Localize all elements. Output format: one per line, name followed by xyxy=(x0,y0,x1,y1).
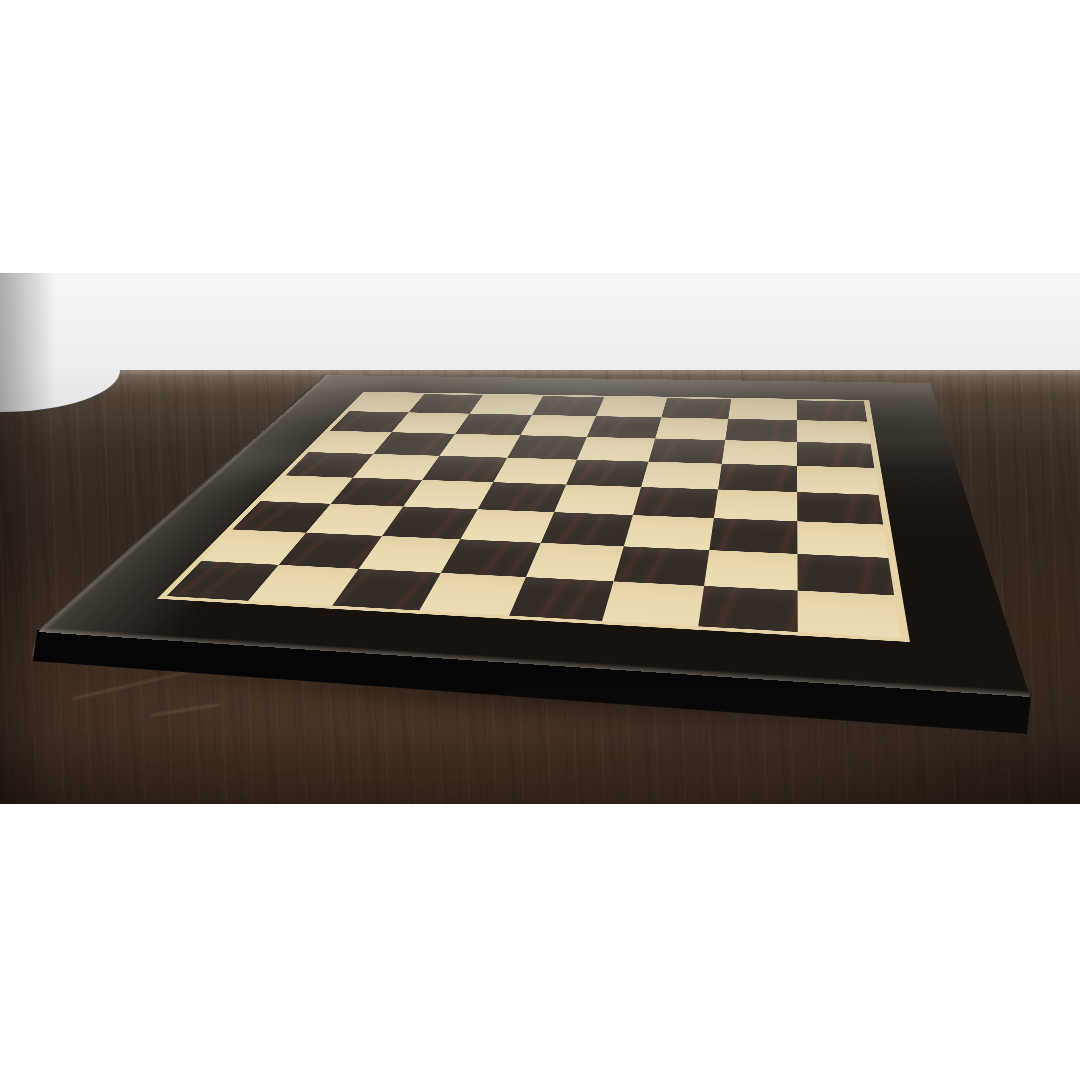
square-g6 xyxy=(722,440,797,466)
square-e4 xyxy=(554,485,641,516)
square-c8 xyxy=(470,395,543,415)
square-f5 xyxy=(641,462,722,490)
square-f6 xyxy=(648,439,725,464)
square-h6 xyxy=(797,442,874,468)
square-e6 xyxy=(577,437,655,462)
square-f3 xyxy=(624,515,714,550)
board-grid xyxy=(167,393,901,638)
square-d4 xyxy=(478,482,567,512)
square-g2 xyxy=(704,550,797,590)
square-f8 xyxy=(661,398,731,419)
square-f7 xyxy=(655,417,728,440)
square-e7 xyxy=(587,416,661,438)
square-f4 xyxy=(633,487,718,518)
square-f2 xyxy=(614,546,710,586)
square-g7 xyxy=(725,419,797,442)
page-background xyxy=(0,0,1080,1080)
square-h5 xyxy=(797,466,878,495)
square-h3 xyxy=(797,521,888,558)
square-g5 xyxy=(718,464,797,492)
square-e5 xyxy=(566,460,648,487)
square-h7 xyxy=(797,420,871,443)
square-e2 xyxy=(526,543,624,582)
square-d6 xyxy=(507,435,587,459)
square-h4 xyxy=(797,492,883,524)
square-d2 xyxy=(441,539,541,577)
square-d5 xyxy=(493,458,577,485)
square-c7 xyxy=(455,414,532,436)
square-e1 xyxy=(509,577,613,621)
square-d8 xyxy=(532,396,604,416)
square-g1 xyxy=(698,586,798,632)
square-d3 xyxy=(460,509,554,543)
square-g3 xyxy=(709,518,797,554)
square-h2 xyxy=(797,554,894,595)
square-f1 xyxy=(602,581,704,626)
square-h1 xyxy=(798,591,901,638)
square-d7 xyxy=(520,415,596,437)
square-e8 xyxy=(596,397,667,417)
square-h8 xyxy=(797,400,867,421)
square-g4 xyxy=(714,489,797,521)
square-g8 xyxy=(728,399,797,420)
square-e3 xyxy=(541,512,633,546)
